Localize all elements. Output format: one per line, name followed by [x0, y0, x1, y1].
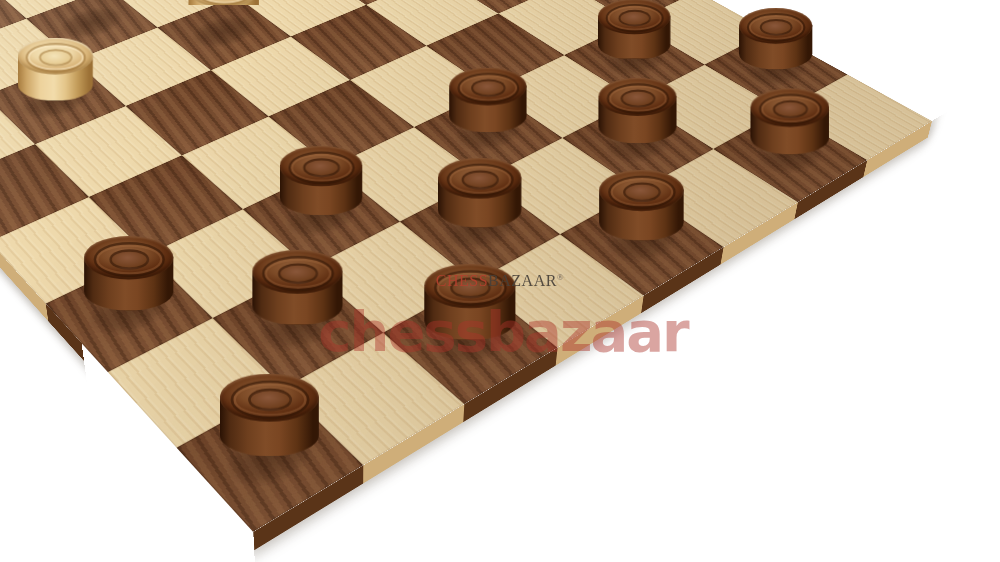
checker-top-rings	[750, 88, 829, 126]
dark-checker	[750, 88, 829, 154]
dark-checker	[739, 8, 812, 69]
light-checker	[57, 0, 127, 23]
piece-shadow	[314, 0, 432, 1]
dark-checker	[438, 158, 522, 228]
product-photo: chessbazaar CHESSBAZAAR®	[0, 0, 1000, 562]
registered-trademark-icon: ®	[557, 272, 564, 282]
pieces-layer	[0, 0, 932, 532]
checker-top-rings	[598, 0, 671, 34]
dark-checker	[220, 374, 319, 457]
checkers-board	[0, 0, 932, 532]
watermark-brand: CHESSBAZAAR®	[436, 272, 564, 290]
checker-side	[57, 0, 127, 23]
watermark-brand-bazaar: BAZAAR	[488, 272, 557, 289]
dark-checker	[598, 78, 676, 144]
watermark-brand-chess: CHESS	[436, 272, 488, 289]
light-checker	[188, 0, 259, 32]
light-checker	[18, 38, 93, 101]
checker-top-rings	[252, 250, 342, 294]
dark-checker	[84, 236, 173, 311]
checker-top-rings	[18, 38, 93, 75]
checker-top-rings	[220, 374, 319, 422]
dark-checker	[280, 146, 363, 215]
dark-checker	[598, 0, 671, 60]
checker-top-rings	[438, 158, 522, 199]
watermark-large: chessbazaar	[318, 299, 687, 364]
dark-checker	[599, 170, 684, 241]
checker-top-rings	[84, 236, 173, 279]
checker-top-rings	[739, 8, 812, 44]
checker-top-rings	[449, 68, 526, 106]
checker-top-rings	[599, 170, 684, 211]
checker-top-rings	[598, 78, 676, 116]
checker-top-rings	[280, 146, 363, 186]
dark-checker	[449, 68, 526, 133]
